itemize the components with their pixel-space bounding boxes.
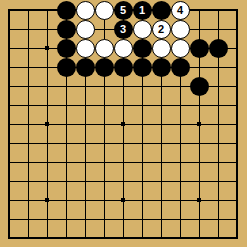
black-stone: [190, 77, 209, 96]
white-stone: [95, 39, 114, 58]
intersection[interactable]: [76, 210, 95, 229]
intersection[interactable]: [228, 210, 247, 229]
intersection[interactable]: [19, 134, 38, 153]
intersection[interactable]: [19, 153, 38, 172]
intersection[interactable]: [19, 1, 38, 20]
intersection[interactable]: 3: [114, 20, 133, 39]
move-number: 1: [139, 5, 145, 16]
intersection[interactable]: [0, 77, 19, 96]
intersection[interactable]: [133, 20, 152, 39]
intersection[interactable]: [228, 172, 247, 191]
go-board-diagram: 51432: [0, 0, 247, 247]
intersection[interactable]: [38, 77, 57, 96]
intersection[interactable]: [114, 134, 133, 153]
intersection[interactable]: [171, 191, 190, 210]
intersection[interactable]: [152, 210, 171, 229]
black-stone: 5: [114, 1, 133, 20]
intersection[interactable]: [228, 153, 247, 172]
black-stone: [152, 58, 171, 77]
intersection[interactable]: [209, 77, 228, 96]
intersection[interactable]: [171, 210, 190, 229]
intersection[interactable]: [95, 115, 114, 134]
intersection[interactable]: [0, 20, 19, 39]
intersection[interactable]: [133, 191, 152, 210]
intersection[interactable]: [19, 20, 38, 39]
intersection[interactable]: [152, 39, 171, 58]
intersection[interactable]: [190, 77, 209, 96]
intersection[interactable]: [114, 58, 133, 77]
intersection[interactable]: [171, 20, 190, 39]
intersection[interactable]: [57, 172, 76, 191]
intersection[interactable]: [76, 1, 95, 20]
intersection[interactable]: [133, 58, 152, 77]
intersection[interactable]: [228, 77, 247, 96]
intersection[interactable]: [38, 1, 57, 20]
white-stone: [114, 39, 133, 58]
intersection[interactable]: [171, 77, 190, 96]
go-board[interactable]: 51432: [0, 1, 247, 247]
intersection[interactable]: [76, 77, 95, 96]
intersection[interactable]: [19, 96, 38, 115]
intersection[interactable]: [133, 134, 152, 153]
intersection[interactable]: [0, 172, 19, 191]
intersection[interactable]: [95, 20, 114, 39]
intersection[interactable]: [152, 191, 171, 210]
intersection[interactable]: [152, 229, 171, 247]
intersection[interactable]: [114, 39, 133, 58]
intersection[interactable]: [152, 77, 171, 96]
intersection[interactable]: [57, 77, 76, 96]
intersection[interactable]: [0, 229, 19, 247]
intersection[interactable]: [57, 229, 76, 247]
black-stone: [133, 39, 152, 58]
black-stone: [57, 39, 76, 58]
intersection[interactable]: [209, 58, 228, 77]
intersection[interactable]: [190, 210, 209, 229]
intersection[interactable]: [133, 229, 152, 247]
intersection[interactable]: [133, 153, 152, 172]
black-stone: [171, 58, 190, 77]
intersection[interactable]: [190, 172, 209, 191]
intersection[interactable]: [19, 58, 38, 77]
black-stone: [57, 1, 76, 20]
intersection[interactable]: [114, 153, 133, 172]
intersection[interactable]: [57, 134, 76, 153]
intersection[interactable]: [171, 96, 190, 115]
intersection[interactable]: [152, 58, 171, 77]
intersection[interactable]: [152, 115, 171, 134]
intersection[interactable]: [114, 115, 133, 134]
intersection[interactable]: [171, 39, 190, 58]
white-stone: 2: [152, 20, 171, 39]
intersection[interactable]: [0, 210, 19, 229]
intersection[interactable]: [19, 172, 38, 191]
intersection[interactable]: [171, 229, 190, 247]
intersection[interactable]: [95, 1, 114, 20]
intersection[interactable]: [76, 134, 95, 153]
intersection[interactable]: [171, 134, 190, 153]
intersection[interactable]: [19, 191, 38, 210]
intersection[interactable]: [95, 77, 114, 96]
intersection[interactable]: [171, 153, 190, 172]
intersection[interactable]: [133, 77, 152, 96]
intersection[interactable]: [57, 1, 76, 20]
intersection[interactable]: [133, 210, 152, 229]
intersection[interactable]: [38, 58, 57, 77]
intersection[interactable]: [95, 96, 114, 115]
intersection[interactable]: [76, 58, 95, 77]
intersection[interactable]: [76, 115, 95, 134]
intersection[interactable]: [171, 58, 190, 77]
intersection[interactable]: [19, 77, 38, 96]
intersection[interactable]: [114, 229, 133, 247]
white-stone: [152, 39, 171, 58]
intersection[interactable]: [0, 134, 19, 153]
intersection[interactable]: [114, 77, 133, 96]
intersection[interactable]: [38, 134, 57, 153]
intersection[interactable]: [190, 96, 209, 115]
intersection[interactable]: [114, 96, 133, 115]
intersection[interactable]: [190, 115, 209, 134]
intersection[interactable]: [0, 115, 19, 134]
black-stone: [76, 58, 95, 77]
intersection[interactable]: 2: [152, 20, 171, 39]
intersection[interactable]: [209, 1, 228, 20]
intersection[interactable]: [57, 210, 76, 229]
intersection[interactable]: [152, 153, 171, 172]
intersection[interactable]: [95, 153, 114, 172]
intersection[interactable]: [76, 153, 95, 172]
intersection[interactable]: [133, 115, 152, 134]
intersection[interactable]: [76, 191, 95, 210]
intersection[interactable]: [228, 58, 247, 77]
intersection[interactable]: [19, 210, 38, 229]
black-stone: [57, 58, 76, 77]
intersection[interactable]: [190, 39, 209, 58]
intersection[interactable]: [57, 58, 76, 77]
black-stone: 1: [133, 1, 152, 20]
intersection[interactable]: [190, 229, 209, 247]
intersection[interactable]: [171, 172, 190, 191]
intersection[interactable]: [38, 191, 57, 210]
move-number: 3: [120, 24, 126, 35]
intersection[interactable]: [95, 210, 114, 229]
white-stone: [76, 1, 95, 20]
intersection[interactable]: [95, 191, 114, 210]
intersection[interactable]: 5: [114, 1, 133, 20]
intersection[interactable]: [38, 153, 57, 172]
intersection[interactable]: [38, 20, 57, 39]
intersection[interactable]: [76, 96, 95, 115]
black-stone: [95, 58, 114, 77]
intersection[interactable]: [228, 229, 247, 247]
intersection[interactable]: [133, 172, 152, 191]
intersection[interactable]: [114, 191, 133, 210]
black-stone: [190, 39, 209, 58]
intersection[interactable]: [95, 39, 114, 58]
intersection[interactable]: [0, 58, 19, 77]
intersection[interactable]: [133, 96, 152, 115]
intersection[interactable]: [0, 96, 19, 115]
intersection[interactable]: [76, 20, 95, 39]
intersection[interactable]: [152, 96, 171, 115]
intersection[interactable]: [38, 115, 57, 134]
intersection[interactable]: [0, 39, 19, 58]
intersection[interactable]: [209, 115, 228, 134]
white-stone: 4: [171, 1, 190, 20]
intersection[interactable]: [57, 115, 76, 134]
intersection[interactable]: [209, 210, 228, 229]
intersection[interactable]: [228, 96, 247, 115]
intersection[interactable]: [95, 172, 114, 191]
intersection[interactable]: [19, 115, 38, 134]
intersection[interactable]: [38, 39, 57, 58]
intersection[interactable]: [57, 39, 76, 58]
intersection[interactable]: [57, 153, 76, 172]
intersection[interactable]: [152, 172, 171, 191]
white-stone: [171, 39, 190, 58]
intersection[interactable]: [228, 191, 247, 210]
intersection[interactable]: [190, 191, 209, 210]
move-number: 4: [177, 5, 183, 16]
black-stone: [57, 20, 76, 39]
intersection[interactable]: [95, 229, 114, 247]
intersection[interactable]: [209, 20, 228, 39]
white-stone: [76, 20, 95, 39]
intersection[interactable]: [152, 1, 171, 20]
white-stone: [171, 20, 190, 39]
intersection[interactable]: [76, 229, 95, 247]
intersection[interactable]: [57, 20, 76, 39]
intersection[interactable]: [114, 210, 133, 229]
move-number: 2: [158, 24, 164, 35]
intersection[interactable]: [114, 172, 133, 191]
black-stone: 3: [114, 20, 133, 39]
intersection[interactable]: [152, 134, 171, 153]
intersection[interactable]: [0, 1, 19, 20]
intersection[interactable]: [209, 229, 228, 247]
intersection[interactable]: 1: [133, 1, 152, 20]
intersection[interactable]: [228, 134, 247, 153]
white-stone: [95, 1, 114, 20]
intersection[interactable]: [38, 210, 57, 229]
black-stone: [133, 58, 152, 77]
intersection[interactable]: [228, 115, 247, 134]
intersection[interactable]: [209, 172, 228, 191]
intersection[interactable]: [190, 20, 209, 39]
intersection[interactable]: [209, 191, 228, 210]
intersection[interactable]: [0, 191, 19, 210]
intersection[interactable]: [57, 96, 76, 115]
intersection[interactable]: [0, 153, 19, 172]
intersection[interactable]: [76, 172, 95, 191]
intersection[interactable]: [38, 96, 57, 115]
intersection[interactable]: [19, 229, 38, 247]
intersection[interactable]: [133, 39, 152, 58]
intersection[interactable]: [171, 115, 190, 134]
intersection[interactable]: [190, 58, 209, 77]
intersection[interactable]: [38, 229, 57, 247]
intersection[interactable]: [209, 153, 228, 172]
black-stone: [114, 58, 133, 77]
black-stone: [209, 39, 228, 58]
intersection[interactable]: 4: [171, 1, 190, 20]
intersection[interactable]: [76, 39, 95, 58]
intersection[interactable]: [190, 1, 209, 20]
intersection[interactable]: [209, 39, 228, 58]
intersection[interactable]: [228, 1, 247, 20]
intersection[interactable]: [190, 153, 209, 172]
intersection[interactable]: [19, 39, 38, 58]
intersection[interactable]: [228, 20, 247, 39]
intersection[interactable]: [228, 39, 247, 58]
white-stone: [133, 20, 152, 39]
white-stone: [76, 39, 95, 58]
intersection[interactable]: [190, 134, 209, 153]
intersection[interactable]: [95, 58, 114, 77]
black-stone: [152, 1, 171, 20]
intersection[interactable]: [38, 172, 57, 191]
intersection[interactable]: [209, 96, 228, 115]
intersection[interactable]: [209, 134, 228, 153]
intersection[interactable]: [95, 134, 114, 153]
move-number: 5: [120, 5, 126, 16]
intersection[interactable]: [57, 191, 76, 210]
